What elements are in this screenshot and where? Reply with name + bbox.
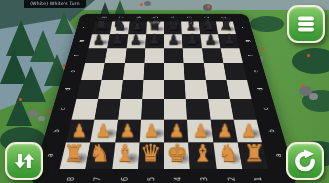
rank-labels-far: 87654321 bbox=[95, 15, 232, 20]
rank-label: 1 bbox=[217, 13, 230, 21]
file-label: d bbox=[51, 85, 84, 93]
rank-label: 8 bbox=[98, 13, 111, 21]
flower bbox=[301, 84, 304, 87]
chess-piece-white[interactable]: ♚ bbox=[164, 143, 190, 169]
flower bbox=[261, 47, 264, 50]
piece-glyph: ♟ bbox=[205, 32, 217, 46]
flower bbox=[19, 98, 22, 101]
piece-glyph: ♛ bbox=[140, 141, 161, 165]
piece-glyph: ♟ bbox=[144, 121, 160, 139]
chess-piece-white[interactable]: ♝ bbox=[112, 143, 140, 169]
board-square[interactable] bbox=[203, 63, 226, 80]
board-square[interactable]: ♟ bbox=[126, 34, 146, 48]
rank-label: 3 bbox=[184, 13, 196, 21]
piece-glyph: ♟ bbox=[217, 121, 233, 139]
piece-glyph: ♟ bbox=[111, 32, 123, 46]
piece-glyph: ♟ bbox=[168, 121, 184, 139]
rank-label: 6 bbox=[114, 169, 133, 183]
rock bbox=[144, 1, 151, 6]
board-square[interactable]: ♟ bbox=[145, 34, 164, 48]
file-label: c bbox=[45, 104, 80, 113]
board-square[interactable] bbox=[186, 99, 210, 120]
rank-label: 2 bbox=[221, 169, 242, 183]
rank-label: 5 bbox=[150, 13, 161, 21]
menu-button[interactable] bbox=[287, 5, 325, 43]
rank-label: 8 bbox=[59, 169, 81, 183]
piece-glyph: ♟ bbox=[186, 32, 198, 46]
board-square[interactable]: ♟ bbox=[164, 34, 183, 48]
board-square[interactable] bbox=[184, 63, 206, 80]
board-square[interactable] bbox=[164, 99, 187, 120]
chess-piece-black[interactable]: ♟ bbox=[182, 34, 202, 48]
piece-glyph: ♚ bbox=[166, 141, 187, 165]
board-square[interactable] bbox=[164, 48, 184, 63]
board-square[interactable] bbox=[164, 63, 185, 80]
board-square[interactable] bbox=[142, 80, 164, 99]
board-square[interactable] bbox=[143, 63, 164, 80]
board-square[interactable] bbox=[102, 63, 125, 80]
rock bbox=[38, 116, 45, 121]
file-label: f bbox=[62, 52, 92, 59]
rank-label: 3 bbox=[195, 169, 214, 183]
rank-label: 4 bbox=[167, 13, 178, 21]
rank-label: 7 bbox=[115, 13, 127, 21]
board-square[interactable]: ♝ bbox=[112, 143, 140, 169]
file-label: b bbox=[38, 126, 76, 137]
game-scene: 87654321 87654321 hgfedcba hgfedcba ♜♞♝♛… bbox=[0, 0, 329, 183]
piece-glyph: ♞ bbox=[89, 141, 110, 165]
file-label: e bbox=[57, 68, 89, 76]
file-label: g bbox=[233, 38, 262, 44]
piece-glyph: ♞ bbox=[218, 141, 239, 165]
restart-clockwise-arrow-icon bbox=[292, 148, 318, 174]
board-square[interactable]: ♞ bbox=[213, 143, 242, 169]
rank-label: 7 bbox=[87, 169, 108, 183]
rank-label: 2 bbox=[200, 13, 212, 21]
turn-text: (White) White's Turn bbox=[30, 0, 80, 8]
rank-label: 1 bbox=[247, 169, 269, 183]
rank-labels-near: 87654321 bbox=[56, 172, 273, 183]
board-square[interactable] bbox=[95, 99, 121, 120]
flower bbox=[140, 3, 143, 6]
board-square[interactable] bbox=[120, 80, 143, 99]
board-square[interactable] bbox=[105, 48, 127, 63]
chess-piece-black[interactable]: ♟ bbox=[108, 34, 128, 48]
chess-piece-black[interactable]: ♟ bbox=[126, 34, 146, 48]
board-square[interactable]: ♛ bbox=[138, 143, 164, 169]
board-square[interactable]: ♝ bbox=[189, 143, 217, 169]
restart-button[interactable] bbox=[286, 142, 324, 180]
rock bbox=[309, 93, 318, 100]
bush bbox=[292, 48, 329, 74]
chess-piece-black[interactable]: ♟ bbox=[145, 34, 164, 48]
chess-piece-white[interactable]: ♞ bbox=[213, 143, 242, 169]
file-label: f bbox=[236, 52, 266, 59]
board-square[interactable] bbox=[141, 99, 164, 120]
piece-glyph: ♟ bbox=[95, 121, 111, 139]
flip-undo-button[interactable] bbox=[5, 142, 43, 180]
piece-glyph: ♟ bbox=[167, 32, 179, 46]
board-square[interactable] bbox=[125, 48, 146, 63]
file-label: g bbox=[67, 38, 96, 44]
file-label: c bbox=[248, 104, 283, 113]
file-label: b bbox=[253, 126, 291, 137]
piece-glyph: ♟ bbox=[120, 121, 136, 139]
board-square[interactable]: ♚ bbox=[164, 143, 190, 169]
piece-glyph: ♟ bbox=[192, 121, 208, 139]
board-square[interactable] bbox=[164, 80, 186, 99]
chess-piece-white[interactable]: ♛ bbox=[138, 143, 164, 169]
hamburger-menu-icon bbox=[295, 13, 317, 35]
rank-label: 5 bbox=[141, 169, 159, 183]
flower bbox=[207, 5, 210, 8]
swap-up-down-arrows-icon bbox=[11, 149, 37, 173]
board-square[interactable] bbox=[118, 99, 142, 120]
rock bbox=[28, 110, 38, 117]
board-square[interactable] bbox=[98, 80, 122, 99]
board-square[interactable]: ♟ bbox=[182, 34, 202, 48]
piece-glyph: ♝ bbox=[115, 141, 136, 165]
file-label: e bbox=[240, 68, 272, 76]
board-square[interactable] bbox=[122, 63, 144, 80]
piece-glyph: ♝ bbox=[192, 141, 213, 165]
file-label: h bbox=[230, 25, 257, 31]
chess-board: 87654321 87654321 hgfedcba hgfedcba ♜♞♝♛… bbox=[29, 14, 299, 183]
board-square[interactable] bbox=[144, 48, 164, 63]
piece-glyph: ♟ bbox=[130, 32, 142, 46]
board-square[interactable]: ♞ bbox=[86, 143, 115, 169]
rank-label: 4 bbox=[168, 169, 186, 183]
chess-piece-black[interactable]: ♟ bbox=[164, 34, 183, 48]
board-square[interactable] bbox=[183, 48, 204, 63]
flower bbox=[307, 54, 310, 57]
rank-label: 6 bbox=[132, 13, 144, 21]
file-label: d bbox=[244, 85, 277, 93]
chess-piece-white[interactable]: ♝ bbox=[189, 143, 217, 169]
board-square[interactable]: ♟ bbox=[108, 34, 128, 48]
board-square[interactable] bbox=[185, 80, 208, 99]
chess-piece-white[interactable]: ♞ bbox=[86, 143, 115, 169]
turn-indicator-bar: (White) White's Turn bbox=[24, 0, 86, 8]
file-label: h bbox=[71, 25, 98, 31]
piece-glyph: ♟ bbox=[148, 32, 160, 46]
